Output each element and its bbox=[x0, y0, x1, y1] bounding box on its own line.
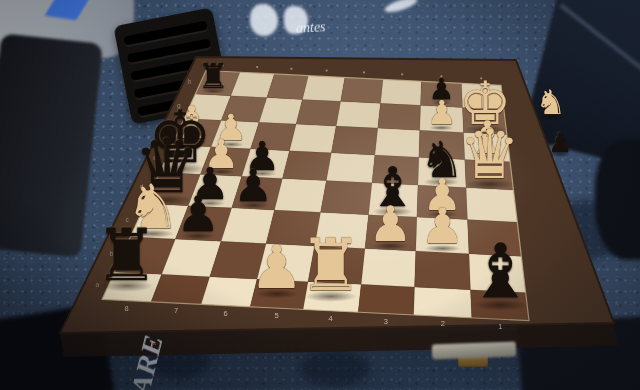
square-f4[interactable] bbox=[331, 126, 377, 155]
square-h2[interactable] bbox=[421, 81, 463, 107]
square-e5[interactable] bbox=[283, 151, 332, 181]
square-f5[interactable] bbox=[290, 124, 337, 153]
square-h1[interactable] bbox=[462, 83, 504, 109]
coord-far-dot bbox=[440, 75, 442, 77]
square-e4[interactable] bbox=[326, 153, 375, 183]
square-f1[interactable] bbox=[464, 132, 511, 161]
square-a5[interactable] bbox=[250, 279, 308, 309]
square-g2[interactable] bbox=[420, 105, 464, 132]
coord-letter-b: b bbox=[110, 250, 114, 257]
coord-letter-g: g bbox=[177, 102, 181, 110]
photo-scene: antes 87654321abcdefgh ♜♞♛♚♝♜♟♟♟♟♟♟♟♜♟♝♟… bbox=[0, 0, 640, 390]
coord-letter-h: h bbox=[188, 78, 192, 85]
square-d1[interactable] bbox=[466, 188, 517, 223]
square-e2[interactable] bbox=[418, 157, 466, 187]
coord-letter-a: a bbox=[95, 281, 99, 288]
square-a6[interactable] bbox=[201, 277, 257, 307]
coord-number-1: 1 bbox=[498, 322, 502, 331]
square-d5[interactable] bbox=[275, 178, 327, 212]
coord-number-6: 6 bbox=[224, 309, 228, 318]
square-d3[interactable] bbox=[369, 183, 418, 217]
table-edge-sticker bbox=[432, 342, 516, 360]
coord-far-dot bbox=[222, 64, 224, 66]
coord-number-8: 8 bbox=[124, 304, 128, 313]
coord-number-3: 3 bbox=[384, 317, 388, 326]
coord-far-dot bbox=[363, 71, 365, 73]
square-h3[interactable] bbox=[381, 79, 422, 105]
square-g6[interactable] bbox=[259, 98, 302, 125]
square-c2[interactable] bbox=[416, 217, 469, 254]
square-a2[interactable] bbox=[414, 287, 472, 318]
square-g5[interactable] bbox=[296, 99, 341, 126]
square-c1[interactable] bbox=[468, 220, 522, 257]
square-h5[interactable] bbox=[302, 76, 345, 102]
square-d4[interactable] bbox=[321, 181, 372, 215]
coord-far-dot bbox=[401, 73, 403, 75]
square-b5[interactable] bbox=[257, 244, 315, 282]
coord-letter-d: d bbox=[140, 183, 144, 190]
square-f2[interactable] bbox=[419, 130, 465, 159]
coord-far-dot bbox=[326, 69, 328, 71]
square-f3[interactable] bbox=[375, 128, 420, 157]
square-h4[interactable] bbox=[341, 78, 383, 104]
coord-letter-e: e bbox=[153, 154, 157, 161]
square-g1[interactable] bbox=[463, 107, 507, 134]
square-b1[interactable] bbox=[469, 254, 526, 293]
square-a4[interactable] bbox=[303, 282, 361, 313]
square-e3[interactable] bbox=[372, 155, 419, 185]
square-b4[interactable] bbox=[308, 246, 365, 284]
square-a7[interactable] bbox=[151, 274, 210, 304]
floor-print-red-marks: ▪▪ bbox=[152, 341, 156, 347]
square-c4[interactable] bbox=[315, 212, 369, 248]
square-c5[interactable] bbox=[266, 210, 321, 246]
square-a1[interactable] bbox=[471, 290, 530, 321]
square-g3[interactable] bbox=[378, 103, 421, 130]
square-c3[interactable] bbox=[365, 215, 417, 251]
square-e1[interactable] bbox=[465, 160, 514, 190]
square-b3[interactable] bbox=[361, 249, 416, 288]
square-d2[interactable] bbox=[417, 185, 468, 220]
coord-far-dot bbox=[290, 68, 292, 70]
coord-number-4: 4 bbox=[329, 314, 333, 323]
coord-far-dot bbox=[480, 77, 482, 79]
coord-number-7: 7 bbox=[174, 306, 178, 315]
square-h6[interactable] bbox=[267, 74, 309, 99]
square-b2[interactable] bbox=[415, 251, 471, 290]
coord-number-5: 5 bbox=[275, 311, 279, 320]
square-g4[interactable] bbox=[336, 101, 380, 128]
square-a3[interactable] bbox=[358, 284, 414, 315]
chess-board: 87654321abcdefgh bbox=[0, 0, 640, 390]
coord-number-2: 2 bbox=[441, 319, 445, 328]
coord-far-dot bbox=[256, 66, 258, 68]
coord-letter-f: f bbox=[166, 127, 168, 134]
